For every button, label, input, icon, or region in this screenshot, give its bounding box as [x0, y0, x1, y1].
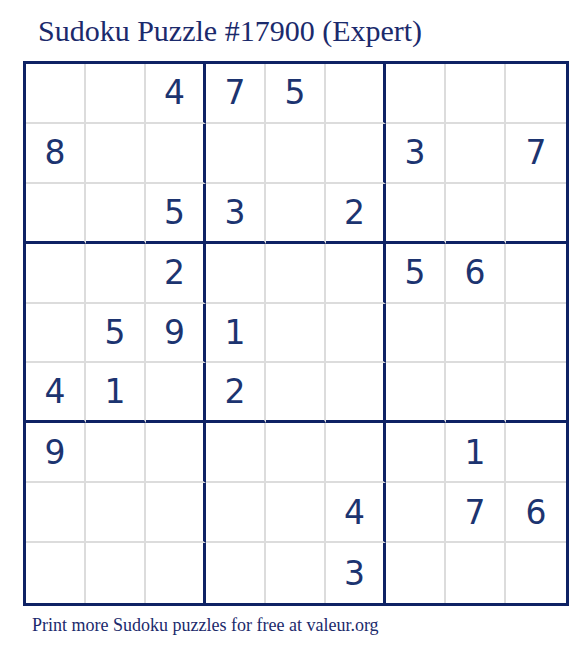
cell-r8c6[interactable]: 4: [326, 483, 386, 543]
cell-r8c5[interactable]: [266, 483, 326, 543]
cell-r1c3[interactable]: 4: [146, 64, 206, 124]
cell-r4c6[interactable]: [326, 244, 386, 304]
footer-text: Print more Sudoku puzzles for free at va…: [32, 615, 379, 636]
cell-r3c1[interactable]: [26, 184, 86, 244]
cell-r5c5[interactable]: [266, 304, 326, 364]
cell-r9c2[interactable]: [86, 543, 146, 603]
cell-r5c3[interactable]: 9: [146, 304, 206, 364]
cell-r3c9[interactable]: [506, 184, 566, 244]
cell-r9c6[interactable]: 3: [326, 543, 386, 603]
cell-r1c7[interactable]: [386, 64, 446, 124]
cell-r2c1[interactable]: 8: [26, 124, 86, 184]
cell-r7c3[interactable]: [146, 423, 206, 483]
cell-r5c8[interactable]: [446, 304, 506, 364]
cell-r4c5[interactable]: [266, 244, 326, 304]
cell-r9c5[interactable]: [266, 543, 326, 603]
cell-r1c9[interactable]: [506, 64, 566, 124]
cell-r6c3[interactable]: [146, 363, 206, 423]
cell-r9c1[interactable]: [26, 543, 86, 603]
cell-r3c4[interactable]: 3: [206, 184, 266, 244]
cell-r8c9[interactable]: 6: [506, 483, 566, 543]
cell-r9c3[interactable]: [146, 543, 206, 603]
cell-r7c5[interactable]: [266, 423, 326, 483]
cell-r2c2[interactable]: [86, 124, 146, 184]
cell-r5c9[interactable]: [506, 304, 566, 364]
cell-r7c9[interactable]: [506, 423, 566, 483]
cell-r8c3[interactable]: [146, 483, 206, 543]
cell-r1c2[interactable]: [86, 64, 146, 124]
cell-r9c7[interactable]: [386, 543, 446, 603]
cell-r4c1[interactable]: [26, 244, 86, 304]
cell-r1c6[interactable]: [326, 64, 386, 124]
cell-r4c3[interactable]: 2: [146, 244, 206, 304]
cell-r3c8[interactable]: [446, 184, 506, 244]
cell-r8c8[interactable]: 7: [446, 483, 506, 543]
cell-r1c5[interactable]: 5: [266, 64, 326, 124]
cell-r7c8[interactable]: 1: [446, 423, 506, 483]
cell-r4c2[interactable]: [86, 244, 146, 304]
cell-r2c5[interactable]: [266, 124, 326, 184]
cell-r2c4[interactable]: [206, 124, 266, 184]
cell-r9c9[interactable]: [506, 543, 566, 603]
cell-r2c8[interactable]: [446, 124, 506, 184]
cell-r3c3[interactable]: 5: [146, 184, 206, 244]
cell-r8c1[interactable]: [26, 483, 86, 543]
cell-r2c9[interactable]: 7: [506, 124, 566, 184]
cell-r3c7[interactable]: [386, 184, 446, 244]
cell-r8c7[interactable]: [386, 483, 446, 543]
cell-r2c3[interactable]: [146, 124, 206, 184]
cell-r1c8[interactable]: [446, 64, 506, 124]
sudoku-board: 475837532256591412914763: [23, 61, 569, 606]
cell-r3c5[interactable]: [266, 184, 326, 244]
cell-r6c2[interactable]: 1: [86, 363, 146, 423]
cell-r5c2[interactable]: 5: [86, 304, 146, 364]
cell-r1c1[interactable]: [26, 64, 86, 124]
cell-r4c4[interactable]: [206, 244, 266, 304]
cell-r7c4[interactable]: [206, 423, 266, 483]
cell-r2c6[interactable]: [326, 124, 386, 184]
cell-r8c2[interactable]: [86, 483, 146, 543]
cell-r2c7[interactable]: 3: [386, 124, 446, 184]
cell-r9c4[interactable]: [206, 543, 266, 603]
cell-r3c2[interactable]: [86, 184, 146, 244]
cell-r5c1[interactable]: [26, 304, 86, 364]
cell-r4c7[interactable]: 5: [386, 244, 446, 304]
cell-r6c8[interactable]: [446, 363, 506, 423]
cell-r6c5[interactable]: [266, 363, 326, 423]
cell-r6c1[interactable]: 4: [26, 363, 86, 423]
cell-r5c6[interactable]: [326, 304, 386, 364]
cell-r8c4[interactable]: [206, 483, 266, 543]
cell-r1c4[interactable]: 7: [206, 64, 266, 124]
cell-r7c2[interactable]: [86, 423, 146, 483]
cell-r4c8[interactable]: 6: [446, 244, 506, 304]
cell-r3c6[interactable]: 2: [326, 184, 386, 244]
cell-r6c7[interactable]: [386, 363, 446, 423]
cell-r5c4[interactable]: 1: [206, 304, 266, 364]
cell-r7c1[interactable]: 9: [26, 423, 86, 483]
cell-r7c7[interactable]: [386, 423, 446, 483]
cell-r4c9[interactable]: [506, 244, 566, 304]
cell-r5c7[interactable]: [386, 304, 446, 364]
cell-r7c6[interactable]: [326, 423, 386, 483]
cell-r6c9[interactable]: [506, 363, 566, 423]
cell-r6c6[interactable]: [326, 363, 386, 423]
cell-r6c4[interactable]: 2: [206, 363, 266, 423]
cell-r9c8[interactable]: [446, 543, 506, 603]
page-title: Sudoku Puzzle #17900 (Expert): [38, 14, 422, 48]
